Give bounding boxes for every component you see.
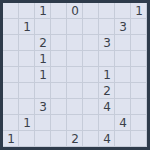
cell-r3c4[interactable] [51,35,67,51]
cell-r1c7[interactable] [99,3,115,19]
cell-r2c5[interactable] [67,19,83,35]
cell-r9c7[interactable]: 4 [99,131,115,147]
cell-r9c4[interactable] [51,131,67,147]
cell-r5c4[interactable] [51,67,67,83]
cell-r8c7[interactable] [99,115,115,131]
cell-r2c8[interactable]: 3 [115,19,131,35]
cell-r7c5[interactable] [67,99,83,115]
cell-r7c9[interactable] [131,99,147,115]
cell-r3c9[interactable] [131,35,147,51]
cell-r6c9[interactable] [131,83,147,99]
cell-r2c4[interactable] [51,19,67,35]
cell-r3c7[interactable]: 3 [99,35,115,51]
puzzle-board: 101132311123414124 [0,0,150,150]
cell-r7c3[interactable]: 3 [35,99,51,115]
cell-r7c7[interactable]: 4 [99,99,115,115]
cell-r5c3[interactable]: 1 [35,67,51,83]
cell-r2c6[interactable] [83,19,99,35]
cell-r3c8[interactable] [115,35,131,51]
cell-r6c8[interactable] [115,83,131,99]
cell-r5c5[interactable] [67,67,83,83]
cell-r3c3[interactable]: 2 [35,35,51,51]
cell-r8c8[interactable]: 4 [115,115,131,131]
cell-r9c8[interactable] [115,131,131,147]
cell-r1c9[interactable]: 1 [131,3,147,19]
cell-r1c1[interactable] [3,3,19,19]
cell-r6c7[interactable]: 2 [99,83,115,99]
cell-r6c2[interactable] [19,83,35,99]
cell-r8c2[interactable]: 1 [19,115,35,131]
cell-r5c2[interactable] [19,67,35,83]
cell-r7c2[interactable] [19,99,35,115]
cell-r1c6[interactable] [83,3,99,19]
cell-r2c7[interactable] [99,19,115,35]
cell-r4c7[interactable] [99,51,115,67]
cell-r1c2[interactable] [19,3,35,19]
cell-r6c4[interactable] [51,83,67,99]
cell-r8c5[interactable] [67,115,83,131]
cell-r9c9[interactable] [131,131,147,147]
cell-r1c4[interactable] [51,3,67,19]
cell-r3c2[interactable] [19,35,35,51]
cell-r5c1[interactable] [3,67,19,83]
cell-r7c4[interactable] [51,99,67,115]
cell-r6c5[interactable] [67,83,83,99]
cell-r2c9[interactable] [131,19,147,35]
cell-r4c5[interactable] [67,51,83,67]
cell-r2c3[interactable] [35,19,51,35]
cell-r7c1[interactable] [3,99,19,115]
cell-r8c9[interactable] [131,115,147,131]
cell-r8c3[interactable] [35,115,51,131]
cell-r5c7[interactable]: 1 [99,67,115,83]
cell-r1c8[interactable] [115,3,131,19]
cell-r3c5[interactable] [67,35,83,51]
cell-r4c1[interactable] [3,51,19,67]
cell-r7c8[interactable] [115,99,131,115]
cell-r5c9[interactable] [131,67,147,83]
cell-r4c2[interactable] [19,51,35,67]
cell-r8c4[interactable] [51,115,67,131]
cell-r9c1[interactable]: 1 [3,131,19,147]
cell-r9c6[interactable] [83,131,99,147]
cell-r4c6[interactable] [83,51,99,67]
cell-r8c1[interactable] [3,115,19,131]
cell-r6c6[interactable] [83,83,99,99]
cell-r4c9[interactable] [131,51,147,67]
cell-r9c5[interactable]: 2 [67,131,83,147]
cell-r5c6[interactable] [83,67,99,83]
cell-r9c3[interactable] [35,131,51,147]
cell-r4c4[interactable] [51,51,67,67]
cell-r8c6[interactable] [83,115,99,131]
cell-r2c2[interactable]: 1 [19,19,35,35]
cell-r2c1[interactable] [3,19,19,35]
cell-r9c2[interactable] [19,131,35,147]
cell-r7c6[interactable] [83,99,99,115]
cell-r6c3[interactable] [35,83,51,99]
cell-r4c8[interactable] [115,51,131,67]
cell-r6c1[interactable] [3,83,19,99]
cell-r3c1[interactable] [3,35,19,51]
cell-r3c6[interactable] [83,35,99,51]
cell-r5c8[interactable] [115,67,131,83]
cell-r1c5[interactable]: 0 [67,3,83,19]
cell-r1c3[interactable]: 1 [35,3,51,19]
cell-r4c3[interactable]: 1 [35,51,51,67]
